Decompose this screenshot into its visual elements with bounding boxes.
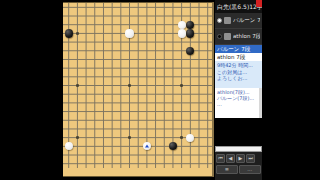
chat-scrollbar[interactable]: [259, 88, 262, 118]
chat-message: バルーン(7段)...: [217, 95, 260, 101]
nav-button[interactable]: ▶: [236, 154, 245, 163]
nav-button[interactable]: ⏭: [246, 154, 255, 163]
player-name: athlon 7段: [233, 33, 260, 40]
aux-button-row: ≡…: [216, 165, 261, 174]
player-row: バルーン 7段: [215, 13, 262, 29]
white-stone[interactable]: [178, 21, 186, 29]
star-point: [128, 136, 131, 139]
viewer-item[interactable]: athlon 7段: [215, 53, 262, 61]
black-stone[interactable]: [186, 21, 194, 29]
star-point: [76, 84, 79, 87]
go-board-grid[interactable]: [63, 3, 212, 168]
white-stone-icon: [217, 18, 222, 23]
player-list: バルーン 7段athlon 7段: [215, 13, 262, 45]
nav-button[interactable]: ⏮: [216, 154, 225, 163]
black-stone-icon: [217, 34, 222, 39]
star-point: [76, 32, 79, 35]
player-row: athlon 7段: [215, 29, 262, 45]
black-stone[interactable]: [169, 142, 177, 150]
nav-button[interactable]: ◀: [226, 154, 235, 163]
aux-button[interactable]: …: [239, 165, 261, 174]
side-panel: 白先(黒6.5)12手 バルーン 7段athlon 7段 バルーン 7段 ath…: [215, 0, 262, 180]
video-frame: 白先(黒6.5)12手 バルーン 7段athlon 7段 バルーン 7段 ath…: [0, 0, 320, 180]
white-stone[interactable]: [186, 134, 194, 142]
aux-button[interactable]: ≡: [216, 165, 238, 174]
avatar: [224, 17, 231, 24]
white-stone[interactable]: [65, 142, 73, 150]
chat-area: athlon(7段)...バルーン(7段)......: [215, 88, 262, 118]
viewer-listbox: バルーン 7段 athlon 7段: [215, 45, 262, 61]
last-move-marker-icon: [145, 145, 149, 148]
star-point: [180, 84, 183, 87]
white-stone[interactable]: [125, 29, 133, 37]
system-message-area: 9時42分 時間...この対局は...よろしくお...: [215, 61, 262, 88]
black-stone[interactable]: [65, 29, 73, 37]
black-stone[interactable]: [186, 47, 194, 55]
panel-spacer: [215, 118, 262, 146]
white-stone[interactable]: [178, 29, 186, 37]
game-title-bar: 白先(黒6.5)12手: [215, 0, 262, 13]
star-point: [180, 136, 183, 139]
nav-button-row: ⏮◀▶⏭: [216, 154, 261, 163]
viewer-item-selected[interactable]: バルーン 7段: [215, 45, 262, 53]
system-message: よろしくお...: [217, 75, 260, 82]
white-stone[interactable]: [143, 142, 151, 150]
chat-lines: athlon(7段)...バルーン(7段)......: [217, 89, 260, 107]
review-toolbar: ⏮◀▶⏭ ≡…: [215, 152, 262, 180]
star-point: [76, 136, 79, 139]
star-point: [128, 84, 131, 87]
player-name: バルーン 7段: [233, 17, 260, 24]
go-board-area: [63, 2, 214, 177]
avatar: [224, 33, 231, 40]
black-stone[interactable]: [186, 29, 194, 37]
chat-message: ...: [217, 101, 260, 107]
record-badge-icon: [256, 0, 262, 7]
